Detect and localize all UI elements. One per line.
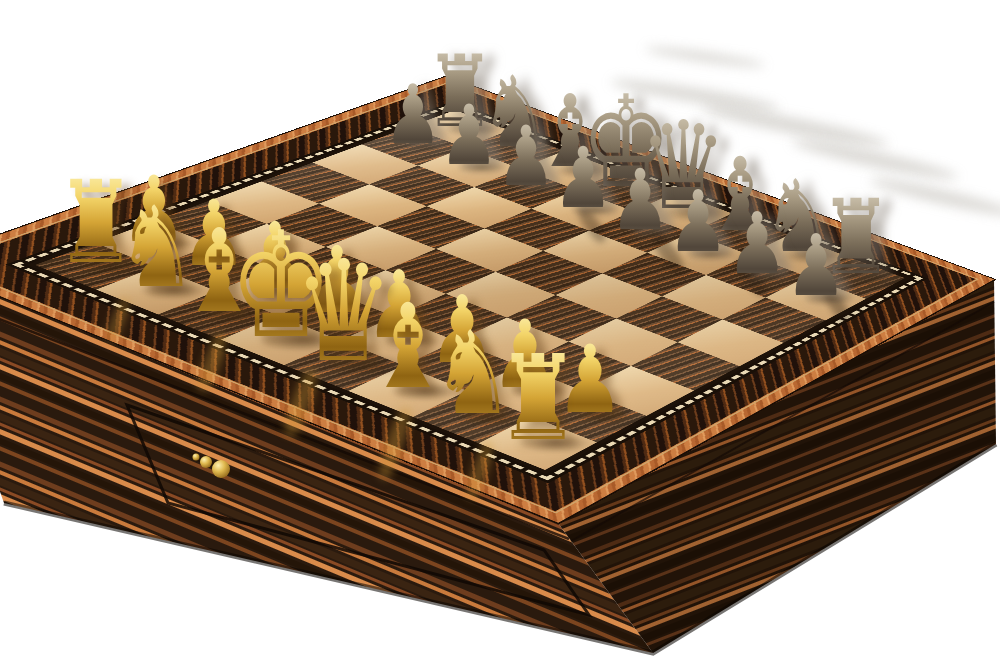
drawer-knob-ball xyxy=(200,456,212,468)
product-photo-chess-set[interactable]: ♜♞♝♚♛♝♞♜♟♟♟♟♟♟♟♟♟♟♟♟♟♟♟♟♜♞♝♚♛♝♞♜ xyxy=(0,0,1000,656)
drawer-knob-tip xyxy=(193,454,200,461)
drawer-knob xyxy=(212,460,230,478)
